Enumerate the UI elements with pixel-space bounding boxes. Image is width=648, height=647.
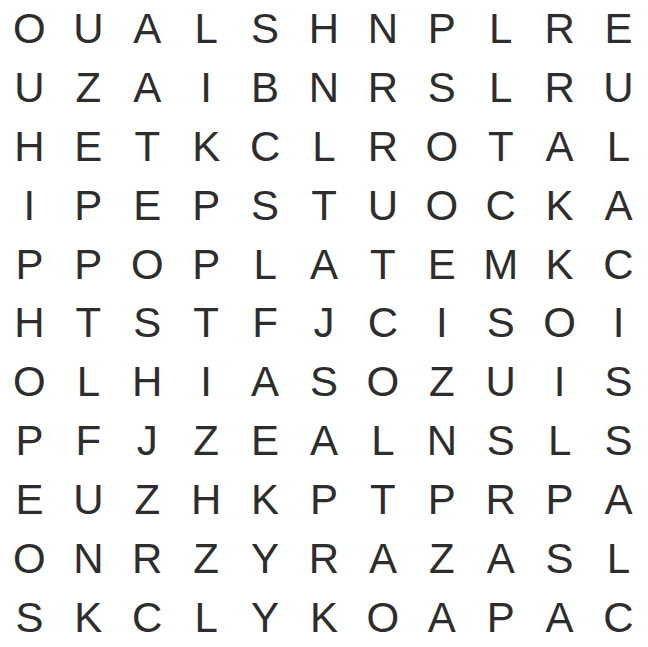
grid-cell[interactable]: P — [295, 471, 354, 530]
grid-cell[interactable]: H — [118, 353, 177, 412]
grid-cell[interactable]: T — [295, 176, 354, 235]
grid-cell[interactable]: E — [118, 176, 177, 235]
grid-cell[interactable]: O — [0, 529, 59, 588]
grid-cell[interactable]: R — [530, 59, 589, 118]
grid-cell[interactable]: U — [471, 353, 530, 412]
grid-cell[interactable]: R — [471, 471, 530, 530]
grid-cell[interactable]: T — [353, 235, 412, 294]
grid-cell[interactable]: P — [471, 588, 530, 647]
grid-cell[interactable]: S — [295, 353, 354, 412]
grid-cell[interactable]: A — [118, 59, 177, 118]
grid-cell[interactable]: L — [589, 529, 648, 588]
grid-cell[interactable]: L — [59, 353, 118, 412]
grid-cell[interactable]: O — [353, 353, 412, 412]
grid-cell[interactable]: E — [589, 0, 648, 59]
grid-cell[interactable]: A — [530, 118, 589, 177]
grid-cell[interactable]: L — [471, 0, 530, 59]
grid-cell[interactable]: A — [295, 412, 354, 471]
grid-cell[interactable]: J — [118, 412, 177, 471]
grid-cell[interactable]: K — [295, 588, 354, 647]
grid-cell[interactable]: C — [236, 118, 295, 177]
grid-cell[interactable]: J — [295, 294, 354, 353]
grid-cell[interactable]: K — [59, 588, 118, 647]
grid-cell[interactable]: A — [412, 588, 471, 647]
grid-cell[interactable]: H — [295, 0, 354, 59]
grid-cell[interactable]: I — [589, 294, 648, 353]
grid-cell[interactable]: S — [118, 294, 177, 353]
grid-cell[interactable]: Z — [412, 353, 471, 412]
grid-cell[interactable]: O — [530, 294, 589, 353]
grid-cell[interactable]: E — [59, 118, 118, 177]
grid-cell[interactable]: C — [353, 294, 412, 353]
grid-cell[interactable]: A — [295, 235, 354, 294]
grid-cell[interactable]: L — [236, 235, 295, 294]
grid-cell[interactable]: T — [177, 294, 236, 353]
grid-cell[interactable]: S — [589, 353, 648, 412]
grid-cell[interactable]: Y — [236, 529, 295, 588]
grid-cell[interactable]: Z — [412, 529, 471, 588]
grid-cell[interactable]: A — [589, 471, 648, 530]
grid-cell[interactable]: E — [0, 471, 59, 530]
grid-cell[interactable]: N — [59, 529, 118, 588]
grid-cell[interactable]: I — [530, 353, 589, 412]
grid-cell[interactable]: C — [589, 588, 648, 647]
grid-cell[interactable]: S — [589, 412, 648, 471]
grid-cell[interactable]: L — [589, 118, 648, 177]
grid-cell[interactable]: S — [412, 59, 471, 118]
grid-cell[interactable]: K — [530, 235, 589, 294]
grid-cell[interactable]: N — [353, 0, 412, 59]
grid-cell[interactable]: P — [412, 0, 471, 59]
grid-cell[interactable]: Y — [236, 588, 295, 647]
grid-cell[interactable]: U — [589, 59, 648, 118]
grid-cell[interactable]: U — [59, 0, 118, 59]
grid-cell[interactable]: B — [236, 59, 295, 118]
grid-cell[interactable]: I — [0, 176, 59, 235]
grid-cell[interactable]: Z — [177, 529, 236, 588]
grid-cell[interactable]: R — [530, 0, 589, 59]
grid-cell[interactable]: K — [177, 118, 236, 177]
grid-cell[interactable]: A — [530, 588, 589, 647]
grid-cell[interactable]: M — [471, 235, 530, 294]
grid-cell[interactable]: O — [412, 176, 471, 235]
grid-cell[interactable]: U — [0, 59, 59, 118]
grid-cell[interactable]: T — [118, 118, 177, 177]
grid-cell[interactable]: O — [0, 353, 59, 412]
grid-cell[interactable]: H — [0, 118, 59, 177]
grid-cell[interactable]: A — [118, 0, 177, 59]
grid-cell[interactable]: L — [530, 412, 589, 471]
grid-cell[interactable]: A — [353, 529, 412, 588]
grid-cell[interactable]: O — [353, 588, 412, 647]
grid-cell[interactable]: S — [0, 588, 59, 647]
grid-cell[interactable]: I — [412, 294, 471, 353]
grid-cell[interactable]: S — [471, 412, 530, 471]
word-search-grid: OUALSHNPLREUZAIBNRSLRUHETKCLROTALIPEPSTU… — [0, 0, 648, 647]
grid-cell[interactable]: S — [236, 176, 295, 235]
grid-cell[interactable]: N — [412, 412, 471, 471]
grid-cell[interactable]: O — [118, 235, 177, 294]
grid-cell[interactable]: T — [59, 294, 118, 353]
grid-cell[interactable]: P — [0, 412, 59, 471]
grid-cell[interactable]: F — [59, 412, 118, 471]
grid-cell[interactable]: P — [177, 176, 236, 235]
grid-cell[interactable]: L — [177, 0, 236, 59]
grid-cell[interactable]: L — [471, 59, 530, 118]
grid-cell[interactable]: S — [236, 0, 295, 59]
grid-cell[interactable]: H — [177, 471, 236, 530]
grid-cell[interactable]: A — [589, 176, 648, 235]
grid-cell[interactable]: U — [353, 176, 412, 235]
grid-cell[interactable]: P — [177, 235, 236, 294]
grid-cell[interactable]: L — [353, 412, 412, 471]
grid-cell[interactable]: K — [236, 471, 295, 530]
grid-cell[interactable]: P — [59, 176, 118, 235]
grid-cell[interactable]: I — [177, 353, 236, 412]
grid-cell[interactable]: L — [177, 588, 236, 647]
grid-cell[interactable]: C — [118, 588, 177, 647]
grid-cell[interactable]: R — [353, 59, 412, 118]
grid-cell[interactable]: C — [471, 176, 530, 235]
grid-cell[interactable]: O — [0, 0, 59, 59]
grid-cell[interactable]: N — [295, 59, 354, 118]
grid-cell[interactable]: A — [236, 353, 295, 412]
grid-cell[interactable]: K — [530, 176, 589, 235]
grid-cell[interactable]: E — [412, 235, 471, 294]
grid-cell[interactable]: Z — [177, 412, 236, 471]
grid-cell[interactable]: P — [59, 235, 118, 294]
grid-cell[interactable]: C — [589, 235, 648, 294]
grid-cell[interactable]: O — [412, 118, 471, 177]
grid-cell[interactable]: P — [530, 471, 589, 530]
grid-cell[interactable]: R — [118, 529, 177, 588]
grid-cell[interactable]: F — [236, 294, 295, 353]
grid-cell[interactable]: P — [0, 235, 59, 294]
grid-cell[interactable]: Z — [118, 471, 177, 530]
grid-cell[interactable]: L — [295, 118, 354, 177]
grid-cell[interactable]: P — [412, 471, 471, 530]
grid-cell[interactable]: A — [471, 529, 530, 588]
grid-cell[interactable]: R — [295, 529, 354, 588]
grid-cell[interactable]: T — [471, 118, 530, 177]
grid-cell[interactable]: E — [236, 412, 295, 471]
grid-cell[interactable]: S — [530, 529, 589, 588]
grid-cell[interactable]: Z — [59, 59, 118, 118]
grid-cell[interactable]: H — [0, 294, 59, 353]
grid-cell[interactable]: R — [353, 118, 412, 177]
grid-cell[interactable]: T — [353, 471, 412, 530]
grid-cell[interactable]: U — [59, 471, 118, 530]
grid-cell[interactable]: I — [177, 59, 236, 118]
grid-cell[interactable]: S — [471, 294, 530, 353]
